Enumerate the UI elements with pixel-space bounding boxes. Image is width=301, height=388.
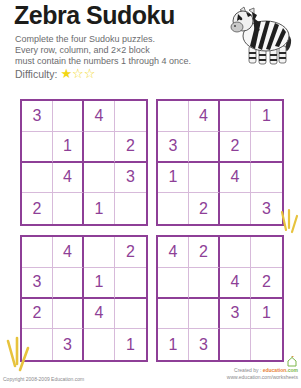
cell-r3c2-empty[interactable] (53, 299, 84, 330)
copyright-text: Copyright 2008-2009 Education.com (3, 376, 84, 382)
cell-r3c2-given: 4 (53, 163, 84, 194)
cell-r2c4-given: 2 (115, 132, 146, 163)
cell-r2c2-given: 1 (53, 132, 84, 163)
cell-r4c2-empty[interactable] (53, 193, 84, 224)
star-empty-icon: ☆ (72, 66, 84, 81)
cell-r2c3-empty[interactable] (84, 132, 115, 163)
difficulty-label: Difficulty: (15, 68, 57, 80)
cell-r4c2-given: 3 (53, 329, 84, 360)
worksheets-url: www.education.com/worksheets (208, 374, 298, 381)
cell-r3c4-empty[interactable] (115, 299, 146, 330)
created-by-label: Created by : (234, 367, 263, 373)
cell-r3c2-empty[interactable] (189, 299, 220, 330)
cell-r1c4-empty[interactable] (115, 101, 146, 132)
sudoku-grid-bottom-right: 42423113 (156, 235, 284, 362)
cell-r1c1-given: 3 (22, 101, 53, 132)
cell-r2c1-given: 3 (158, 132, 189, 163)
cell-r2c1-empty[interactable] (22, 132, 53, 163)
cell-r3c4-empty[interactable] (251, 163, 282, 194)
grass-decoration-icon (278, 208, 300, 234)
cell-r3c3-given: 4 (220, 163, 251, 194)
brand-education: education (263, 367, 287, 373)
page-title: Zebra Sudoku (14, 1, 175, 30)
instruction-line-1: Complete the four Sudoku puzzles. (15, 34, 191, 45)
cell-r4c4-given: 1 (115, 329, 146, 360)
cell-r3c1-empty[interactable] (22, 163, 53, 194)
cell-r4c1-given: 2 (22, 193, 53, 224)
cell-r3c1-empty[interactable] (158, 299, 189, 330)
cell-r4c2-given: 2 (189, 193, 220, 224)
star-empty-icon: ☆ (84, 66, 96, 81)
worksheet-page: Zebra Sudoku Complete the four Sudoku pu… (0, 0, 301, 388)
cell-r2c3-given: 2 (220, 132, 251, 163)
cell-r3c1-given: 1 (158, 163, 189, 194)
instruction-line-3: must contain the numbers 1 through 4 onc… (15, 56, 191, 67)
instructions: Complete the four Sudoku puzzles. Every … (15, 34, 191, 67)
cell-r1c2-given: 2 (189, 237, 220, 268)
cell-r1c4-given: 2 (115, 237, 146, 268)
cell-r3c3-given: 3 (220, 299, 251, 330)
cell-r2c2-empty[interactable] (189, 268, 220, 299)
cell-r2c3-given: 4 (220, 268, 251, 299)
star-filled-icon: ★ (60, 66, 72, 81)
cell-r2c2-empty[interactable] (53, 268, 84, 299)
cell-r1c3-empty[interactable] (220, 237, 251, 268)
instruction-line-2: Every row, column, and 2×2 block (15, 45, 191, 56)
sudoku-grid-top-right: 41321423 (156, 99, 284, 226)
cell-r1c1-empty[interactable] (158, 101, 189, 132)
cell-r1c3-empty[interactable] (84, 237, 115, 268)
sudoku-grid-bottom-left: 42312431 (20, 235, 148, 362)
cell-r2c4-empty[interactable] (251, 132, 282, 163)
difficulty-stars: ★☆☆ (60, 67, 95, 80)
cell-r4c4-empty[interactable] (115, 193, 146, 224)
cell-r1c4-given: 1 (251, 101, 282, 132)
cell-r3c3-empty[interactable] (84, 163, 115, 194)
zebra-illustration (226, 6, 296, 70)
created-by-line: Created by : education.com (208, 367, 298, 374)
cell-r3c3-given: 4 (84, 299, 115, 330)
cell-r1c1-empty[interactable] (22, 237, 53, 268)
cell-r1c3-given: 4 (84, 101, 115, 132)
cell-r1c2-given: 4 (53, 237, 84, 268)
education-schoolhouse-logo-icon (286, 356, 298, 367)
difficulty-row: Difficulty: ★☆☆ (15, 67, 95, 80)
brand-com: .com (286, 367, 298, 373)
cell-r1c2-empty[interactable] (53, 101, 84, 132)
cell-r4c1-given: 1 (158, 329, 189, 360)
cell-r3c4-given: 1 (251, 299, 282, 330)
cell-r2c4-empty[interactable] (115, 268, 146, 299)
cell-r2c2-empty[interactable] (189, 132, 220, 163)
cell-r4c3-given: 1 (84, 193, 115, 224)
cell-r4c3-empty[interactable] (220, 193, 251, 224)
sudoku-grid-top-left: 34124321 (20, 99, 148, 226)
cell-r2c3-given: 1 (84, 268, 115, 299)
credits-block: Created by : education.com www.education… (208, 356, 298, 381)
cell-r2c1-given: 3 (22, 268, 53, 299)
cell-r3c2-empty[interactable] (189, 163, 220, 194)
cell-r1c1-given: 4 (158, 237, 189, 268)
cell-r1c2-given: 4 (189, 101, 220, 132)
cell-r1c3-empty[interactable] (220, 101, 251, 132)
cell-r3c4-given: 3 (115, 163, 146, 194)
cell-r4c3-empty[interactable] (84, 329, 115, 360)
cell-r1c4-empty[interactable] (251, 237, 282, 268)
cell-r4c1-empty[interactable] (158, 193, 189, 224)
cell-r2c1-empty[interactable] (158, 268, 189, 299)
cell-r3c1-given: 2 (22, 299, 53, 330)
cell-r2c4-given: 2 (251, 268, 282, 299)
grass-decoration-icon (3, 336, 31, 372)
